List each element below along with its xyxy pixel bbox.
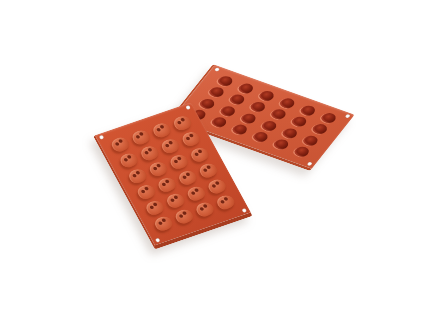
mold-cavity: [198, 97, 217, 110]
mold-cavity: [298, 104, 317, 117]
mold-bump: [155, 176, 178, 194]
mold-bump: [138, 144, 161, 162]
mold-cavity: [228, 93, 247, 106]
mold-bump: [188, 146, 211, 164]
mold-cavity: [310, 122, 329, 135]
mold-cavity: [251, 130, 270, 143]
mold-bump: [150, 121, 173, 139]
mold-bump: [147, 160, 170, 178]
mold-cavity: [237, 82, 256, 95]
hanging-hole: [155, 238, 161, 243]
product-photo: [0, 0, 423, 318]
mold-cavity: [210, 116, 229, 129]
mold-bump: [126, 167, 149, 185]
mold-bump: [205, 178, 228, 196]
mold-bump: [185, 185, 208, 203]
mold-cavity: [289, 115, 308, 128]
hanging-hole: [99, 135, 105, 140]
mold-cavity: [248, 100, 267, 113]
mold-cavity: [216, 74, 235, 87]
mold-cavity: [292, 145, 311, 158]
mold-cavity: [280, 126, 299, 139]
mold-cavity: [271, 138, 290, 151]
mold-bump: [159, 137, 182, 155]
hanging-hole: [345, 114, 351, 118]
mold-bump: [193, 201, 216, 219]
mold-cavity: [278, 96, 297, 109]
mold-bump: [197, 162, 220, 180]
mold-bump: [171, 114, 194, 132]
mold-bump: [176, 169, 199, 187]
mold-cavity: [301, 134, 320, 147]
mold-bump: [164, 192, 187, 210]
mold-bump: [109, 136, 132, 154]
mold-cavity: [269, 108, 288, 121]
mold-bump: [152, 215, 175, 233]
mold-cavity: [230, 123, 249, 136]
mold-bump: [214, 193, 237, 211]
mold-bump: [129, 128, 152, 146]
mold-bump: [135, 183, 158, 201]
mold-bump: [179, 130, 202, 148]
mold-bump: [143, 199, 166, 217]
mold-bump: [167, 153, 190, 171]
mold-cavity: [260, 119, 279, 132]
hanging-hole: [241, 208, 247, 213]
mold-bump: [117, 151, 140, 169]
hanging-hole: [307, 162, 313, 166]
mold-cavity: [219, 104, 238, 117]
mold-cavity: [319, 111, 338, 124]
hanging-hole: [185, 105, 191, 110]
mold-cavity: [239, 112, 258, 125]
mold-cavity: [207, 86, 226, 99]
mold-cavity: [257, 89, 276, 102]
mold-bump: [173, 208, 196, 226]
